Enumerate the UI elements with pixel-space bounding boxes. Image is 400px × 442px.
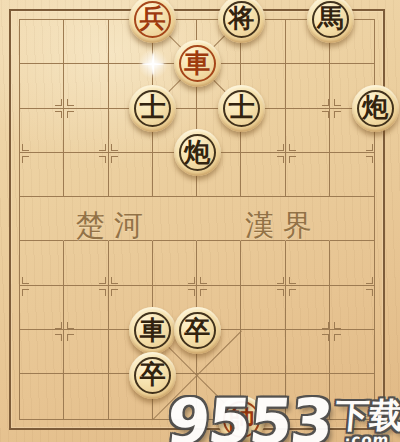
point-marker — [67, 322, 74, 329]
point-marker — [289, 144, 296, 151]
point-marker — [99, 156, 106, 163]
piece-glyph: 帥 — [229, 406, 255, 432]
point-marker — [277, 144, 284, 151]
grid-cell — [153, 197, 197, 241]
point-marker — [111, 289, 118, 296]
piece-black-cannon[interactable]: 炮 — [174, 129, 221, 176]
piece-red-soldier[interactable]: 兵 — [129, 0, 176, 43]
grid-cell — [330, 197, 374, 241]
piece-glyph: 車 — [140, 317, 166, 343]
xiangqi-game-screen: 楚河 漢界 兵将馬車士士炮炮車卒卒帥 9553 下载 ·com — [0, 0, 400, 442]
point-marker — [322, 99, 329, 106]
piece-black-soldier[interactable]: 卒 — [129, 352, 176, 399]
grid-cell — [64, 374, 108, 418]
piece-glyph: 兵 — [140, 5, 166, 31]
piece-glyph: 炮 — [362, 94, 388, 120]
point-marker — [200, 289, 207, 296]
point-marker — [334, 322, 341, 329]
piece-red-chariot[interactable]: 車 — [174, 40, 221, 87]
point-marker — [200, 277, 207, 284]
piece-black-soldier[interactable]: 卒 — [174, 307, 221, 354]
point-marker — [334, 334, 341, 341]
piece-black-advisor[interactable]: 士 — [218, 85, 265, 132]
point-marker — [67, 334, 74, 341]
point-marker — [22, 277, 29, 284]
point-marker — [334, 111, 341, 118]
point-marker — [277, 277, 284, 284]
point-marker — [277, 156, 284, 163]
point-marker — [55, 111, 62, 118]
point-marker — [99, 277, 106, 284]
point-marker — [99, 289, 106, 296]
point-marker — [366, 277, 373, 284]
point-marker — [322, 322, 329, 329]
point-marker — [322, 111, 329, 118]
piece-glyph: 卒 — [184, 317, 210, 343]
piece-red-general[interactable]: 帥 — [218, 396, 265, 442]
point-marker — [188, 289, 195, 296]
piece-black-advisor[interactable]: 士 — [129, 85, 176, 132]
point-marker — [111, 277, 118, 284]
point-marker — [322, 334, 329, 341]
point-marker — [55, 334, 62, 341]
point-marker — [289, 156, 296, 163]
watermark-com-text: ·com — [345, 433, 391, 442]
piece-glyph: 卒 — [140, 361, 166, 387]
grid-cell — [286, 374, 330, 418]
point-marker — [22, 289, 29, 296]
piece-glyph: 炮 — [184, 139, 210, 165]
point-marker — [67, 99, 74, 106]
point-marker — [99, 144, 106, 151]
point-marker — [289, 289, 296, 296]
grid-cell — [64, 20, 108, 64]
point-marker — [277, 289, 284, 296]
point-marker — [366, 144, 373, 151]
piece-glyph: 車 — [184, 50, 210, 76]
point-marker — [111, 144, 118, 151]
point-marker — [188, 277, 195, 284]
grid-cell — [241, 330, 285, 374]
grid-cell — [330, 374, 374, 418]
point-marker — [22, 144, 29, 151]
grid-cell — [20, 20, 64, 64]
point-marker — [22, 156, 29, 163]
piece-black-chariot[interactable]: 車 — [129, 307, 176, 354]
point-marker — [67, 111, 74, 118]
point-marker — [55, 99, 62, 106]
point-marker — [366, 156, 373, 163]
piece-black-cannon[interactable]: 炮 — [352, 85, 399, 132]
piece-glyph: 士 — [229, 94, 255, 120]
river-label-right: 漢界 — [245, 206, 321, 246]
piece-black-horse[interactable]: 馬 — [307, 0, 354, 43]
grid-cell — [20, 374, 64, 418]
river-label-left: 楚河 — [76, 206, 152, 246]
point-marker — [366, 289, 373, 296]
point-marker — [289, 277, 296, 284]
piece-glyph: 士 — [140, 94, 166, 120]
point-marker — [111, 156, 118, 163]
piece-black-general[interactable]: 将 — [218, 0, 265, 43]
piece-glyph: 将 — [229, 5, 255, 31]
point-marker — [55, 322, 62, 329]
grid-cell — [20, 197, 64, 241]
point-marker — [334, 99, 341, 106]
piece-glyph: 馬 — [318, 5, 344, 31]
grid-cell — [197, 197, 241, 241]
